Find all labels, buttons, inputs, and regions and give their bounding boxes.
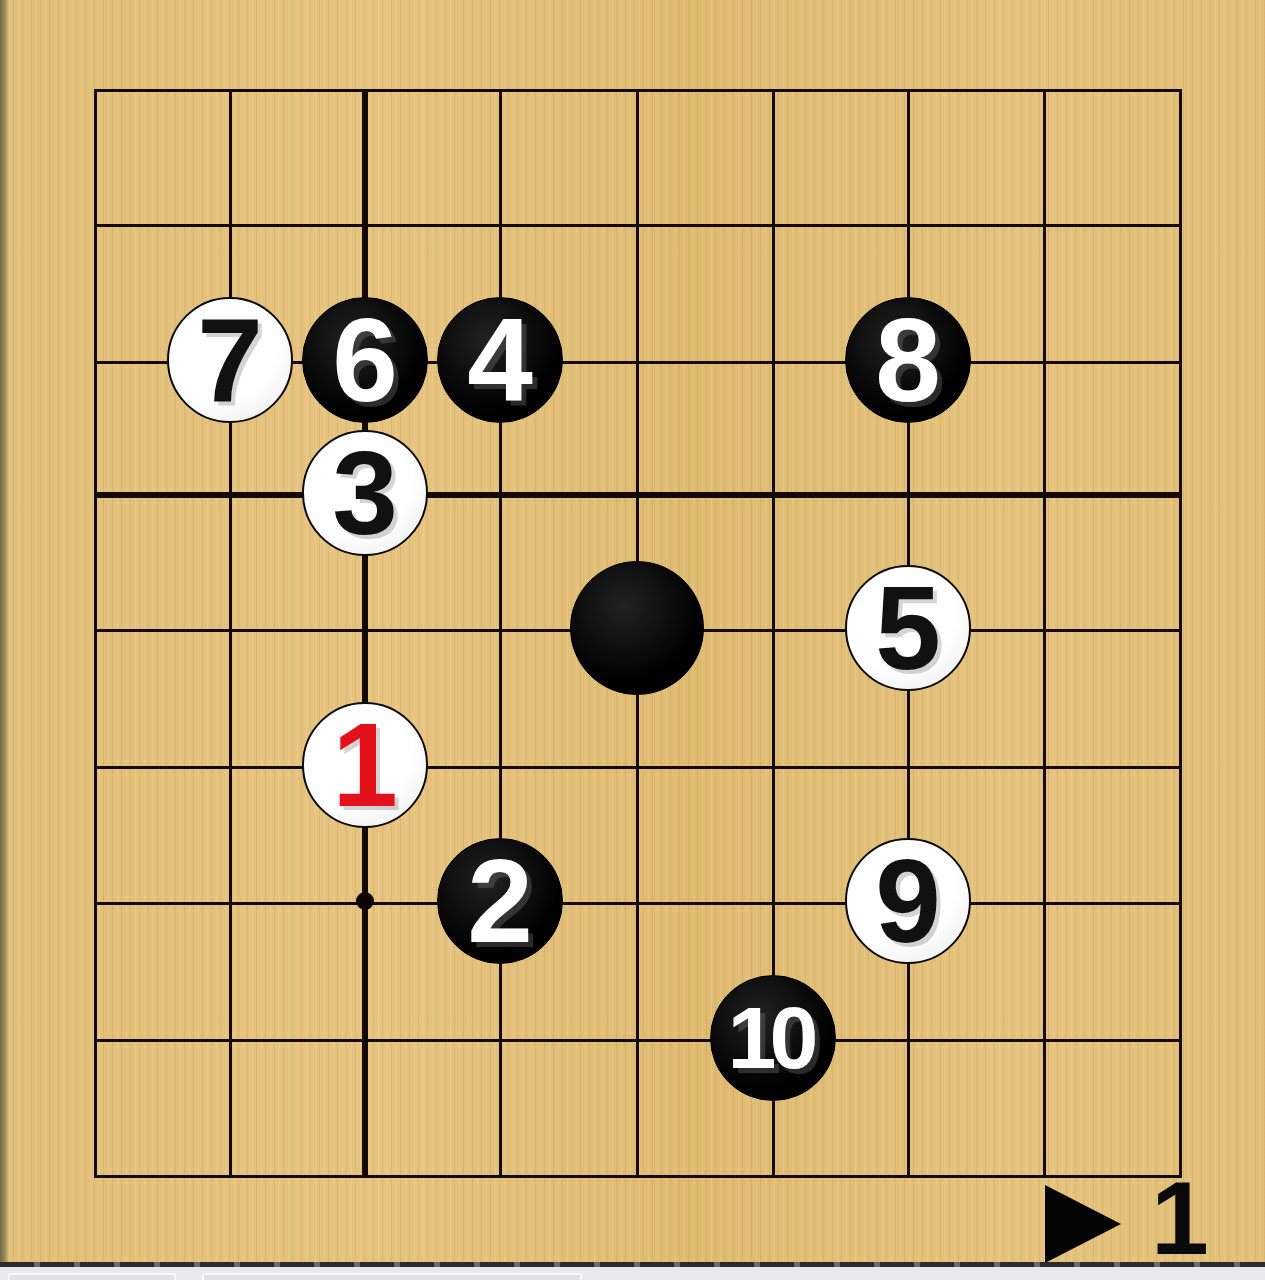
- move-number-label: 5: [875, 569, 941, 687]
- move-stone-7: 7: [167, 297, 293, 423]
- bottom-ui-box: [8, 1273, 176, 1280]
- move-stone-4: 4: [437, 297, 563, 423]
- grid-vertical-line: [94, 89, 97, 1178]
- go-board[interactable]: 12345678910 1: [0, 0, 1265, 1266]
- move-stone-8: 8: [845, 297, 971, 423]
- bottom-ui-box: [202, 1273, 582, 1280]
- move-stone-6: 6: [302, 297, 428, 423]
- grid-vertical-line: [362, 89, 368, 1178]
- move-number-label: 3: [332, 434, 398, 552]
- move-stone-10: 10: [710, 975, 836, 1101]
- move-stone-2: 2: [437, 838, 563, 964]
- grid-horizontal-line: [94, 1039, 1182, 1042]
- grid-horizontal-line: [94, 492, 1182, 498]
- move-counter: 1: [1140, 1176, 1220, 1260]
- grid-horizontal-line: [94, 89, 1182, 92]
- move-number-label: 2: [467, 842, 533, 960]
- grid-vertical-line: [499, 89, 502, 1178]
- move-stone-9: 9: [845, 838, 971, 964]
- grid-horizontal-line: [94, 766, 1182, 769]
- move-stone-1: 1: [302, 702, 428, 828]
- bottom-ui-strip: [0, 1267, 1265, 1280]
- board-left-edge: [0, 0, 9, 1266]
- grid-horizontal-line: [94, 224, 1182, 227]
- move-number-label: 9: [875, 842, 941, 960]
- grid-vertical-line: [229, 89, 232, 1178]
- move-stone-3: 3: [302, 430, 428, 556]
- play-next-move-icon[interactable]: [1045, 1185, 1121, 1263]
- move-stone-5: 5: [845, 565, 971, 691]
- move-number-label: 6: [332, 301, 398, 419]
- move-number-label: 4: [467, 301, 533, 419]
- move-number-label: 1: [332, 706, 398, 824]
- grid-vertical-line: [1179, 89, 1182, 1178]
- grid-horizontal-line: [94, 902, 1182, 905]
- grid-vertical-line: [1043, 89, 1046, 1178]
- move-number-label: 10: [728, 994, 812, 1082]
- star-point: [356, 892, 374, 910]
- grid-horizontal-line: [94, 1175, 1182, 1178]
- move-number-label: 8: [875, 301, 941, 419]
- move-number-label: 7: [197, 301, 263, 419]
- setup-stone-black: [570, 561, 704, 695]
